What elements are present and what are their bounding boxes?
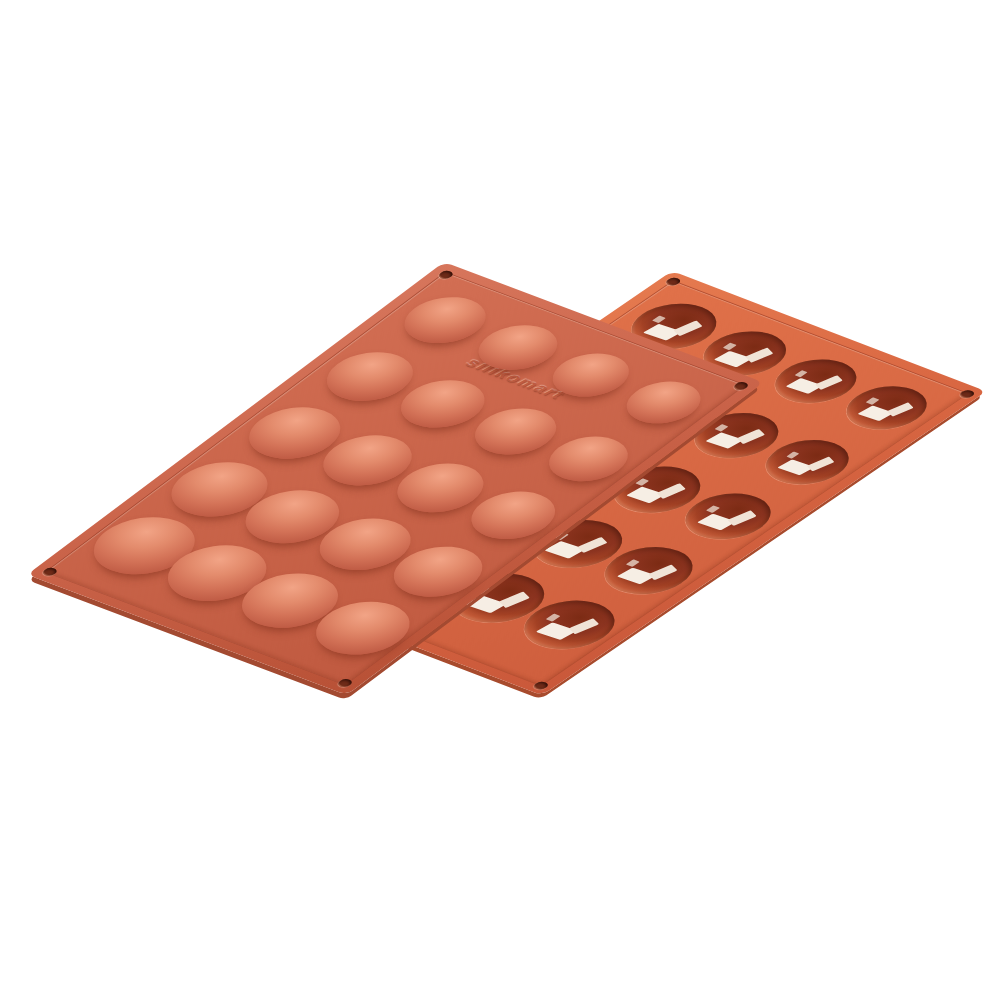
cavity-light-reflection [786, 451, 800, 459]
cavity-light-reflection [626, 559, 641, 567]
cavity-light-reflection [651, 315, 665, 323]
cavity-light-reflection [657, 483, 686, 499]
cavity-light-reflection [674, 320, 703, 336]
cavity-light-reflection [728, 510, 757, 525]
cavity-light-reflection [706, 505, 720, 513]
cavity-light-reflection [634, 478, 648, 486]
cavity-light-reflection [569, 618, 599, 634]
cavity-light-reflection [578, 537, 608, 553]
cavity-light-reflection [866, 398, 879, 405]
cavity-light-reflection [705, 432, 744, 448]
cavity-light-reflection [546, 613, 561, 621]
cavity-light-reflection [723, 343, 737, 351]
cavity-light-reflection [745, 348, 773, 363]
cavity-light-reflection [714, 424, 728, 432]
cavity-light-reflection [815, 375, 843, 390]
cavity-light-reflection [498, 591, 529, 608]
product-photo-scene: silikomart [0, 0, 1000, 1000]
cavity-light-reflection [807, 456, 835, 471]
cavity-light-reflection [736, 429, 765, 444]
cavity-light-reflection [648, 564, 678, 580]
cavity-light-reflection [886, 402, 913, 417]
cavity-light-reflection [794, 370, 808, 377]
